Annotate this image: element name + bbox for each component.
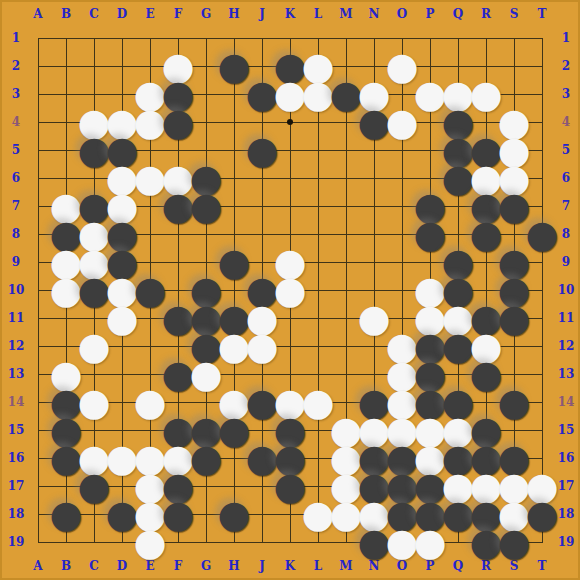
col-label-bottom-P: P bbox=[416, 552, 444, 580]
row-label-right-8: 8 bbox=[552, 220, 580, 248]
col-label-top-R: R bbox=[472, 0, 500, 28]
col-label-bottom-L: L bbox=[304, 552, 332, 580]
row-label-right-13: 13 bbox=[552, 360, 580, 388]
row-label-left-1: 1 bbox=[2, 24, 30, 52]
col-label-bottom-D: D bbox=[108, 552, 136, 580]
col-label-bottom-C: C bbox=[80, 552, 108, 580]
col-label-top-C: C bbox=[80, 0, 108, 28]
col-label-bottom-E: E bbox=[136, 552, 164, 580]
row-label-right-12: 12 bbox=[552, 332, 580, 360]
row-label-right-2: 2 bbox=[552, 52, 580, 80]
col-label-bottom-A: A bbox=[24, 552, 52, 580]
row-label-left-10: 10 bbox=[2, 276, 30, 304]
row-label-right-15: 15 bbox=[552, 416, 580, 444]
row-label-left-7: 7 bbox=[2, 192, 30, 220]
col-label-bottom-T: T bbox=[528, 552, 556, 580]
row-label-right-9: 9 bbox=[552, 248, 580, 276]
go-board-screenshot: AABBCCDDEEFFGGHHJJKKLLMMNNOOPPQQRRSSTT11… bbox=[0, 0, 580, 580]
row-label-left-14: 14 bbox=[2, 388, 30, 416]
col-label-top-K: K bbox=[276, 0, 304, 28]
col-label-top-O: O bbox=[388, 0, 416, 28]
row-label-right-10: 10 bbox=[552, 276, 580, 304]
col-label-top-S: S bbox=[500, 0, 528, 28]
row-label-left-3: 3 bbox=[2, 80, 30, 108]
row-label-left-5: 5 bbox=[2, 136, 30, 164]
col-label-bottom-S: S bbox=[500, 552, 528, 580]
col-label-top-F: F bbox=[164, 0, 192, 28]
row-label-right-19: 19 bbox=[552, 528, 580, 556]
col-label-top-Q: Q bbox=[444, 0, 472, 28]
row-label-left-17: 17 bbox=[2, 472, 30, 500]
row-label-left-12: 12 bbox=[2, 332, 30, 360]
col-label-bottom-N: N bbox=[360, 552, 388, 580]
hoshi-point-K4 bbox=[287, 119, 293, 125]
col-label-bottom-B: B bbox=[52, 552, 80, 580]
col-label-top-L: L bbox=[304, 0, 332, 28]
row-label-right-5: 5 bbox=[552, 136, 580, 164]
col-label-top-E: E bbox=[136, 0, 164, 28]
col-label-bottom-J: J bbox=[248, 552, 276, 580]
row-label-left-4: 4 bbox=[2, 108, 30, 136]
row-label-left-15: 15 bbox=[2, 416, 30, 444]
row-label-right-6: 6 bbox=[552, 164, 580, 192]
row-label-right-17: 17 bbox=[552, 472, 580, 500]
col-label-bottom-K: K bbox=[276, 552, 304, 580]
go-board-grid[interactable] bbox=[38, 38, 543, 543]
row-label-left-13: 13 bbox=[2, 360, 30, 388]
col-label-bottom-H: H bbox=[220, 552, 248, 580]
col-label-top-M: M bbox=[332, 0, 360, 28]
row-label-left-16: 16 bbox=[2, 444, 30, 472]
row-label-left-19: 19 bbox=[2, 528, 30, 556]
row-label-left-9: 9 bbox=[2, 248, 30, 276]
col-label-bottom-R: R bbox=[472, 552, 500, 580]
col-label-top-B: B bbox=[52, 0, 80, 28]
col-label-top-P: P bbox=[416, 0, 444, 28]
row-label-right-7: 7 bbox=[552, 192, 580, 220]
row-label-right-3: 3 bbox=[552, 80, 580, 108]
row-label-left-6: 6 bbox=[2, 164, 30, 192]
col-label-top-N: N bbox=[360, 0, 388, 28]
row-label-left-18: 18 bbox=[2, 500, 30, 528]
col-label-bottom-F: F bbox=[164, 552, 192, 580]
row-label-right-14: 14 bbox=[552, 388, 580, 416]
col-label-top-J: J bbox=[248, 0, 276, 28]
col-label-bottom-M: M bbox=[332, 552, 360, 580]
col-label-bottom-G: G bbox=[192, 552, 220, 580]
row-label-right-11: 11 bbox=[552, 304, 580, 332]
col-label-top-D: D bbox=[108, 0, 136, 28]
row-label-right-18: 18 bbox=[552, 500, 580, 528]
col-label-top-G: G bbox=[192, 0, 220, 28]
row-label-right-4: 4 bbox=[552, 108, 580, 136]
row-label-left-2: 2 bbox=[2, 52, 30, 80]
row-label-left-11: 11 bbox=[2, 304, 30, 332]
row-label-left-8: 8 bbox=[2, 220, 30, 248]
col-label-bottom-O: O bbox=[388, 552, 416, 580]
row-label-right-16: 16 bbox=[552, 444, 580, 472]
row-label-right-1: 1 bbox=[552, 24, 580, 52]
col-label-top-H: H bbox=[220, 0, 248, 28]
col-label-bottom-Q: Q bbox=[444, 552, 472, 580]
